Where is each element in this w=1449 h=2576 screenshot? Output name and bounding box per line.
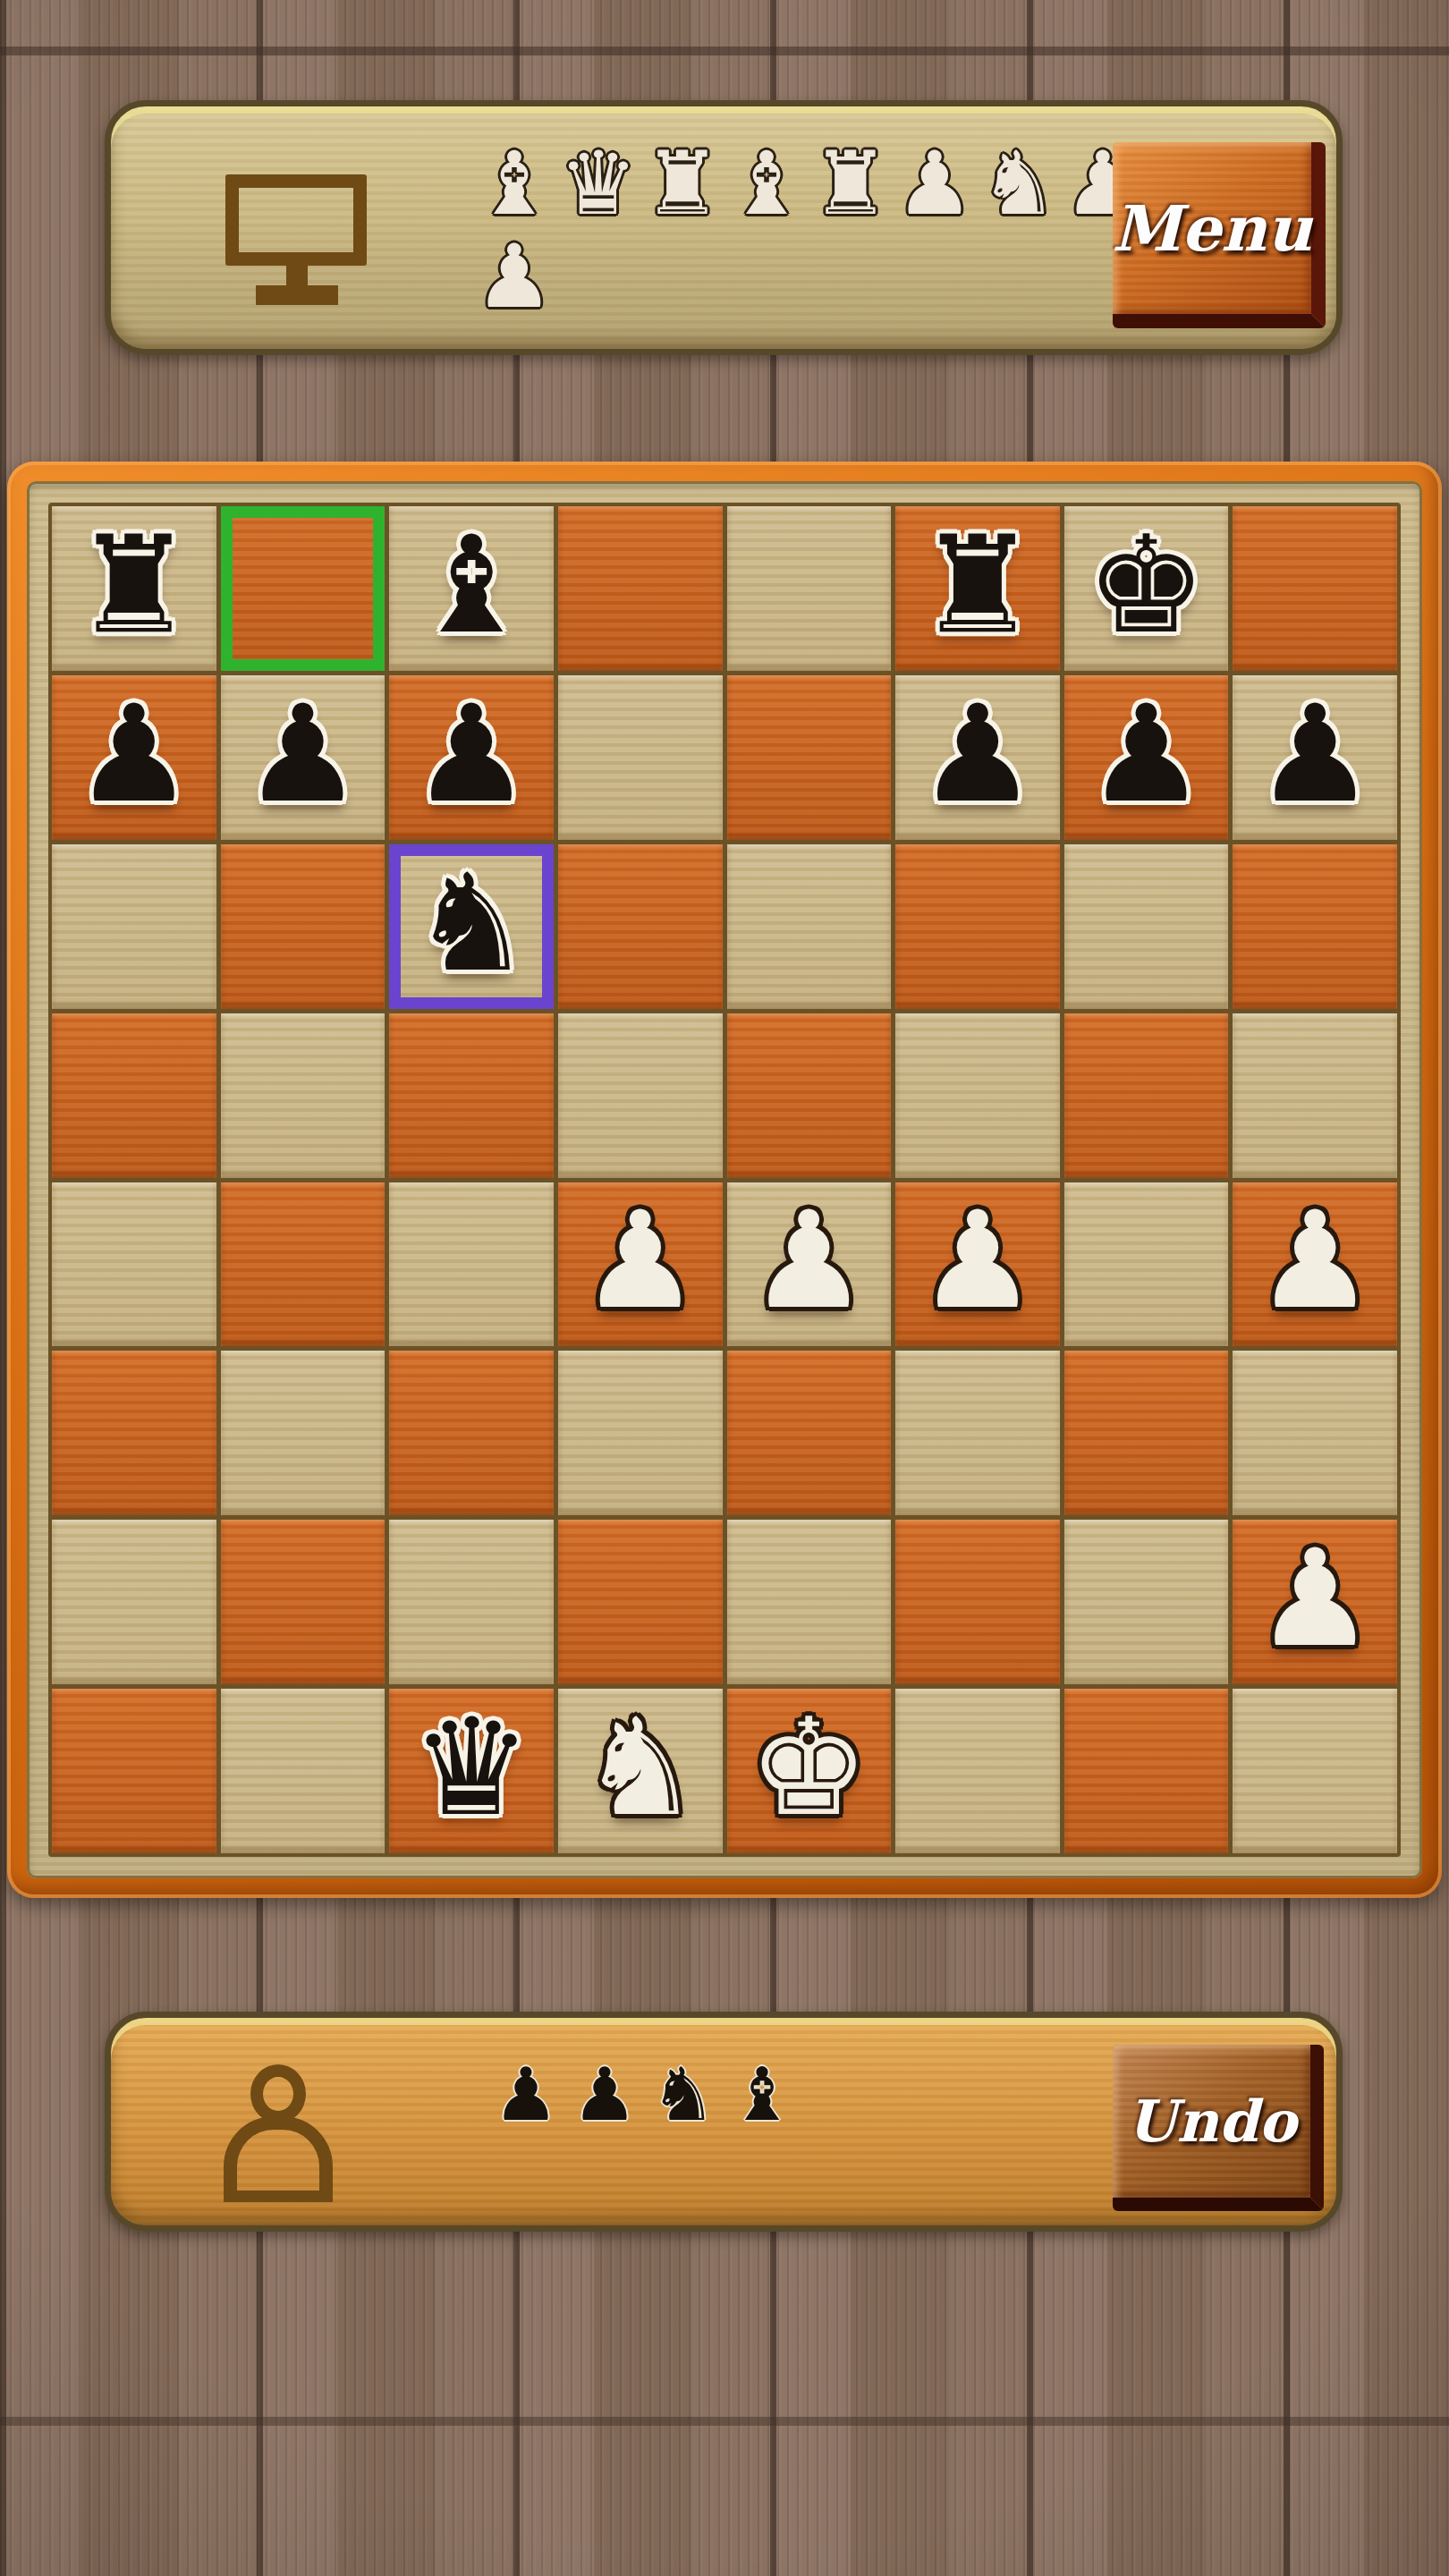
square-d4[interactable]: ♟ (558, 1182, 723, 1347)
piece-black-queen-c1[interactable]: ♛ (411, 1700, 531, 1835)
square-e2[interactable] (727, 1520, 892, 1684)
square-c6[interactable]: ♞ (389, 844, 554, 1009)
piece-black-pawn-c7[interactable]: ♟ (411, 687, 531, 821)
person-body (224, 2116, 333, 2202)
person-head (250, 2064, 306, 2123)
piece-black-knight-c6[interactable]: ♞ (411, 856, 531, 990)
captured-white-knight: ♞ (977, 137, 1061, 230)
square-e3[interactable] (727, 1351, 892, 1515)
square-d8[interactable] (558, 506, 723, 671)
piece-white-pawn-e4[interactable]: ♟ (749, 1193, 869, 1327)
monitor-stem (286, 266, 308, 285)
square-h6[interactable] (1233, 844, 1397, 1009)
square-f3[interactable] (895, 1351, 1060, 1515)
captured-white-rook: ♜ (640, 137, 724, 230)
square-g4[interactable] (1064, 1182, 1229, 1347)
square-g3[interactable] (1064, 1351, 1229, 1515)
square-g1[interactable] (1064, 1689, 1229, 1853)
square-a7[interactable]: ♟ (52, 675, 216, 840)
square-c4[interactable] (389, 1182, 554, 1347)
square-b2[interactable] (221, 1520, 386, 1684)
undo-button-label: Undo (1127, 2088, 1297, 2155)
captured-white-pawn: ♟ (893, 137, 977, 230)
square-a8[interactable]: ♜ (52, 506, 216, 671)
captured-white-pawn: ♟ (472, 230, 556, 323)
menu-button-label: Menu (1112, 191, 1312, 266)
captured-black-bishop: ♝ (723, 2052, 801, 2138)
chess-app-screen: { "app": {"name": "Chess"}, "game": "che… (0, 0, 1449, 2576)
opponent-captured-tray: ♝♛♜♝♜♟♞♟♟ (472, 137, 1145, 323)
player-captured-tray: ♟♟♞♝ (487, 2052, 987, 2138)
square-c1[interactable]: ♛ (389, 1689, 554, 1853)
square-f7[interactable]: ♟ (895, 675, 1060, 840)
monitor-base (256, 285, 338, 305)
square-c5[interactable] (389, 1013, 554, 1178)
square-f5[interactable] (895, 1013, 1060, 1178)
square-h4[interactable]: ♟ (1233, 1182, 1397, 1347)
square-b6[interactable] (221, 844, 386, 1009)
captured-white-bishop: ♝ (724, 137, 809, 230)
captured-black-pawn: ♟ (565, 2052, 644, 2138)
square-d2[interactable] (558, 1520, 723, 1684)
piece-black-bishop-c8[interactable]: ♝ (411, 518, 531, 652)
square-g5[interactable] (1064, 1013, 1229, 1178)
square-d5[interactable] (558, 1013, 723, 1178)
square-b8[interactable] (221, 506, 386, 671)
monitor-screen (225, 174, 367, 266)
square-c3[interactable] (389, 1351, 554, 1515)
square-a3[interactable] (52, 1351, 216, 1515)
chess-board: ♜♝♜♚♟♟♟♟♟♟♞♟♟♟♟♟♛♞♚ (48, 503, 1401, 1857)
square-d7[interactable] (558, 675, 723, 840)
square-f4[interactable]: ♟ (895, 1182, 1060, 1347)
square-f1[interactable] (895, 1689, 1060, 1853)
square-e1[interactable]: ♚ (727, 1689, 892, 1853)
square-e6[interactable] (727, 844, 892, 1009)
piece-white-king-e1[interactable]: ♚ (749, 1700, 869, 1835)
square-h3[interactable] (1233, 1351, 1397, 1515)
opponent-panel: ♝♛♜♝♜♟♞♟♟ Menu (105, 100, 1343, 355)
square-a5[interactable] (52, 1013, 216, 1178)
captured-black-knight: ♞ (644, 2052, 723, 2138)
square-e5[interactable] (727, 1013, 892, 1178)
square-b4[interactable] (221, 1182, 386, 1347)
square-g2[interactable] (1064, 1520, 1229, 1684)
piece-white-pawn-h4[interactable]: ♟ (1255, 1193, 1375, 1327)
square-b7[interactable]: ♟ (221, 675, 386, 840)
square-d3[interactable] (558, 1351, 723, 1515)
piece-black-rook-a8[interactable]: ♜ (74, 518, 194, 652)
square-g8[interactable]: ♚ (1064, 506, 1229, 671)
square-b1[interactable] (221, 1689, 386, 1853)
square-e7[interactable] (727, 675, 892, 840)
person-icon (220, 2064, 336, 2207)
piece-white-pawn-h2[interactable]: ♟ (1255, 1531, 1375, 1665)
piece-black-pawn-g7[interactable]: ♟ (1086, 687, 1206, 821)
piece-white-knight-d1[interactable]: ♞ (580, 1700, 699, 1835)
square-a4[interactable] (52, 1182, 216, 1347)
captured-black-pawn: ♟ (487, 2052, 565, 2138)
piece-black-king-g8[interactable]: ♚ (1086, 518, 1206, 652)
square-g6[interactable] (1064, 844, 1229, 1009)
square-g7[interactable]: ♟ (1064, 675, 1229, 840)
square-e8[interactable] (727, 506, 892, 671)
piece-black-pawn-a7[interactable]: ♟ (74, 687, 194, 821)
square-c8[interactable]: ♝ (389, 506, 554, 671)
square-b5[interactable] (221, 1013, 386, 1178)
piece-white-pawn-d4[interactable]: ♟ (580, 1193, 699, 1327)
square-a6[interactable] (52, 844, 216, 1009)
square-h7[interactable]: ♟ (1233, 675, 1397, 840)
square-b3[interactable] (221, 1351, 386, 1515)
piece-black-rook-f8[interactable]: ♜ (918, 518, 1038, 652)
square-f8[interactable]: ♜ (895, 506, 1060, 671)
square-h5[interactable] (1233, 1013, 1397, 1178)
square-f2[interactable] (895, 1520, 1060, 1684)
chess-board-frame: ♜♝♜♚♟♟♟♟♟♟♞♟♟♟♟♟♛♞♚ (7, 462, 1442, 1898)
chess-board-inner-frame: ♜♝♜♚♟♟♟♟♟♟♞♟♟♟♟♟♛♞♚ (27, 481, 1422, 1878)
square-c2[interactable] (389, 1520, 554, 1684)
square-h1[interactable] (1233, 1689, 1397, 1853)
piece-black-pawn-b7[interactable]: ♟ (242, 687, 362, 821)
player-panel: ♟♟♞♝ Undo (105, 2012, 1343, 2232)
square-a2[interactable] (52, 1520, 216, 1684)
square-f6[interactable] (895, 844, 1060, 1009)
piece-black-pawn-f7[interactable]: ♟ (918, 687, 1038, 821)
square-e4[interactable]: ♟ (727, 1182, 892, 1347)
square-d6[interactable] (558, 844, 723, 1009)
menu-button[interactable]: Menu (1113, 142, 1326, 328)
captured-white-queen: ♛ (556, 137, 640, 230)
captured-white-bishop: ♝ (472, 137, 556, 230)
computer-monitor-icon (225, 174, 369, 309)
square-d1[interactable]: ♞ (558, 1689, 723, 1853)
square-h8[interactable] (1233, 506, 1397, 671)
square-c7[interactable]: ♟ (389, 675, 554, 840)
piece-black-pawn-h7[interactable]: ♟ (1255, 687, 1375, 821)
undo-button[interactable]: Undo (1113, 2045, 1324, 2211)
piece-white-pawn-f4[interactable]: ♟ (918, 1193, 1038, 1327)
square-h2[interactable]: ♟ (1233, 1520, 1397, 1684)
captured-white-rook: ♜ (809, 137, 893, 230)
square-a1[interactable] (52, 1689, 216, 1853)
